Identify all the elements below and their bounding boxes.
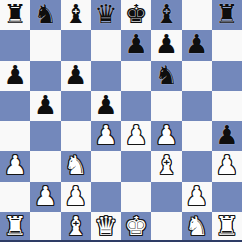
square-h6[interactable] [212,61,242,91]
square-c5[interactable] [61,91,91,121]
square-a3[interactable]: ♟ [0,151,30,181]
square-f8[interactable]: ♝ [151,0,181,30]
square-g5[interactable] [182,91,212,121]
square-d3[interactable] [91,151,121,181]
square-h5[interactable] [212,91,242,121]
white-pawn[interactable]: ♟ [3,152,26,178]
black-knight[interactable]: ♞ [155,62,178,88]
square-e1[interactable]: ♚ [121,212,151,242]
black-rook[interactable]: ♜ [215,1,238,27]
square-g3[interactable] [182,151,212,181]
square-c2[interactable]: ♟ [61,182,91,212]
square-c7[interactable] [61,30,91,60]
white-pawn[interactable]: ♟ [185,183,208,209]
square-e6[interactable] [121,61,151,91]
square-b2[interactable]: ♟ [30,182,60,212]
black-bishop[interactable]: ♝ [64,1,87,27]
square-h8[interactable]: ♜ [212,0,242,30]
white-knight[interactable]: ♞ [64,152,87,178]
black-pawn[interactable]: ♟ [34,92,57,118]
white-pawn[interactable]: ♟ [94,122,117,148]
square-g8[interactable] [182,0,212,30]
square-h1[interactable]: ♜ [212,212,242,242]
square-g4[interactable] [182,121,212,151]
white-rook[interactable]: ♜ [215,213,238,239]
square-e8[interactable]: ♚ [121,0,151,30]
square-f4[interactable]: ♟ [151,121,181,151]
square-a7[interactable] [0,30,30,60]
square-e2[interactable] [121,182,151,212]
square-a2[interactable] [0,182,30,212]
square-e4[interactable]: ♟ [121,121,151,151]
square-b8[interactable]: ♞ [30,0,60,30]
square-c6[interactable]: ♟ [61,61,91,91]
black-rook[interactable]: ♜ [3,1,26,27]
chess-board: ♜♞♝♛♚♝♜♟♟♟♟♟♞♟♟♟♟♟♟♟♞♝♟♟♟♟♜♝♛♚♞♜ [0,0,242,242]
square-b1[interactable] [30,212,60,242]
black-queen[interactable]: ♛ [94,1,117,27]
square-c1[interactable]: ♝ [61,212,91,242]
square-g2[interactable]: ♟ [182,182,212,212]
white-bishop[interactable]: ♝ [155,152,178,178]
square-g1[interactable]: ♞ [182,212,212,242]
white-rook[interactable]: ♜ [3,213,26,239]
square-d1[interactable]: ♛ [91,212,121,242]
square-f2[interactable] [151,182,181,212]
square-h2[interactable] [212,182,242,212]
black-bishop[interactable]: ♝ [155,1,178,27]
white-pawn[interactable]: ♟ [34,183,57,209]
square-h7[interactable] [212,30,242,60]
square-a1[interactable]: ♜ [0,212,30,242]
square-g6[interactable] [182,61,212,91]
white-pawn[interactable]: ♟ [155,122,178,148]
square-d5[interactable]: ♟ [91,91,121,121]
square-c4[interactable] [61,121,91,151]
black-pawn[interactable]: ♟ [3,62,26,88]
black-pawn[interactable]: ♟ [124,31,147,57]
square-e7[interactable]: ♟ [121,30,151,60]
square-f1[interactable] [151,212,181,242]
square-a4[interactable] [0,121,30,151]
white-pawn[interactable]: ♟ [124,122,147,148]
black-king[interactable]: ♚ [124,1,147,27]
white-bishop[interactable]: ♝ [64,213,87,239]
white-queen[interactable]: ♛ [94,213,117,239]
square-b7[interactable] [30,30,60,60]
square-g7[interactable]: ♟ [182,30,212,60]
square-e3[interactable] [121,151,151,181]
square-e5[interactable] [121,91,151,121]
white-king[interactable]: ♚ [124,213,147,239]
square-f3[interactable]: ♝ [151,151,181,181]
square-a5[interactable] [0,91,30,121]
square-b3[interactable] [30,151,60,181]
square-h3[interactable]: ♟ [212,151,242,181]
square-b6[interactable] [30,61,60,91]
square-d4[interactable]: ♟ [91,121,121,151]
black-pawn[interactable]: ♟ [215,122,238,148]
black-pawn[interactable]: ♟ [185,31,208,57]
black-knight[interactable]: ♞ [34,1,57,27]
square-c8[interactable]: ♝ [61,0,91,30]
white-pawn[interactable]: ♟ [215,152,238,178]
square-d7[interactable] [91,30,121,60]
square-a6[interactable]: ♟ [0,61,30,91]
square-c3[interactable]: ♞ [61,151,91,181]
square-b5[interactable]: ♟ [30,91,60,121]
square-d8[interactable]: ♛ [91,0,121,30]
square-f6[interactable]: ♞ [151,61,181,91]
white-knight[interactable]: ♞ [185,213,208,239]
black-pawn[interactable]: ♟ [94,92,117,118]
square-a8[interactable]: ♜ [0,0,30,30]
black-pawn[interactable]: ♟ [155,31,178,57]
chess-board-container: ♜♞♝♛♚♝♜♟♟♟♟♟♞♟♟♟♟♟♟♟♞♝♟♟♟♟♜♝♛♚♞♜ [0,0,242,242]
square-b4[interactable] [30,121,60,151]
square-d6[interactable] [91,61,121,91]
black-pawn[interactable]: ♟ [64,62,87,88]
square-d2[interactable] [91,182,121,212]
white-pawn[interactable]: ♟ [64,183,87,209]
square-f5[interactable] [151,91,181,121]
square-h4[interactable]: ♟ [212,121,242,151]
square-f7[interactable]: ♟ [151,30,181,60]
